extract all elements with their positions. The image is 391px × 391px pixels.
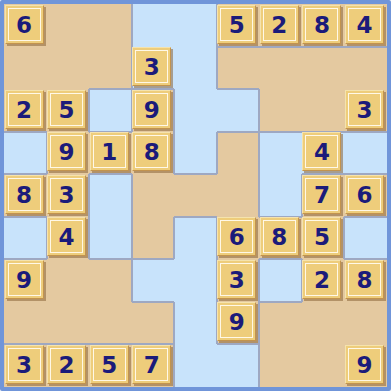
cell-r8c7[interactable] bbox=[302, 344, 345, 387]
cell-r3c5[interactable] bbox=[217, 132, 260, 175]
cell-r0c1[interactable] bbox=[47, 4, 90, 47]
cell-r6c4[interactable] bbox=[174, 259, 217, 302]
region-border bbox=[173, 89, 175, 132]
region-border bbox=[258, 302, 260, 345]
tile-face: 8 bbox=[8, 178, 41, 211]
region-border bbox=[217, 46, 387, 48]
given-digit: 9 bbox=[59, 141, 75, 164]
tile-face: 1 bbox=[93, 135, 126, 168]
tile-face: 4 bbox=[305, 135, 338, 168]
region-border bbox=[173, 344, 175, 387]
given-digit: 5 bbox=[314, 226, 330, 249]
cell-r4c6[interactable] bbox=[259, 174, 302, 217]
given-tile-r6c8: 8 bbox=[345, 260, 384, 299]
region-border bbox=[173, 132, 175, 175]
given-digit: 6 bbox=[229, 226, 245, 249]
cell-r0c2[interactable] bbox=[89, 4, 132, 47]
tile-face: 4 bbox=[50, 220, 83, 253]
tile-face: 7 bbox=[135, 348, 168, 381]
tile-face: 9 bbox=[348, 348, 381, 381]
given-digit: 5 bbox=[59, 99, 75, 122]
given-tile-r1c3: 3 bbox=[132, 47, 171, 86]
given-digit: 9 bbox=[16, 269, 32, 292]
tile-face: 4 bbox=[348, 8, 381, 41]
cell-r2c3[interactable]: 9 bbox=[132, 89, 175, 132]
region-border bbox=[173, 302, 175, 345]
tile-face: 6 bbox=[8, 8, 41, 41]
given-tile-r2c0: 2 bbox=[5, 90, 44, 129]
given-tile-r0c7: 8 bbox=[302, 5, 341, 44]
sudoku-grid: 65284325939184837646859328932579 bbox=[4, 4, 387, 387]
cell-r5c6[interactable]: 8 bbox=[259, 217, 302, 260]
given-tile-r0c6: 2 bbox=[260, 5, 299, 44]
given-tile-r3c1: 9 bbox=[47, 132, 86, 171]
given-tile-r4c7: 7 bbox=[302, 175, 341, 214]
tile-face: 2 bbox=[263, 8, 296, 41]
cell-r7c7[interactable] bbox=[302, 302, 345, 345]
tile-face: 3 bbox=[348, 93, 381, 126]
given-digit: 9 bbox=[356, 354, 372, 377]
given-digit: 4 bbox=[314, 141, 330, 164]
cell-r3c7[interactable]: 4 bbox=[302, 132, 345, 175]
given-tile-r8c2: 5 bbox=[90, 345, 129, 384]
given-tile-r3c3: 8 bbox=[132, 132, 171, 171]
cell-r3c6[interactable] bbox=[259, 132, 302, 175]
region-border bbox=[89, 88, 132, 90]
given-digit: 3 bbox=[144, 56, 160, 79]
cell-r7c8[interactable] bbox=[344, 302, 387, 345]
tile-face: 2 bbox=[50, 348, 83, 381]
given-tile-r6c7: 2 bbox=[302, 260, 341, 299]
cell-r1c2[interactable] bbox=[89, 47, 132, 90]
given-tile-r0c0: 6 bbox=[5, 5, 44, 44]
region-border bbox=[88, 174, 90, 217]
given-tile-r8c1: 2 bbox=[47, 345, 86, 384]
given-digit: 7 bbox=[314, 184, 330, 207]
cell-r6c3[interactable] bbox=[132, 259, 175, 302]
given-digit: 3 bbox=[229, 269, 245, 292]
cell-r4c8[interactable]: 6 bbox=[344, 174, 387, 217]
tile-face: 3 bbox=[220, 263, 253, 296]
region-border bbox=[88, 217, 90, 260]
cell-r2c0[interactable]: 2 bbox=[4, 89, 47, 132]
tile-face: 5 bbox=[93, 348, 126, 381]
given-tile-r3c2: 1 bbox=[90, 132, 129, 171]
given-digit: 8 bbox=[314, 14, 330, 37]
cell-r4c2[interactable] bbox=[89, 174, 132, 217]
region-border bbox=[217, 88, 260, 90]
region-border bbox=[258, 344, 260, 387]
cell-r5c4[interactable] bbox=[174, 217, 217, 260]
cell-r2c8[interactable]: 3 bbox=[344, 89, 387, 132]
cell-r1c6[interactable] bbox=[259, 47, 302, 90]
tile-face: 8 bbox=[135, 135, 168, 168]
region-border bbox=[344, 131, 387, 133]
given-digit: 7 bbox=[144, 354, 160, 377]
given-digit: 2 bbox=[314, 269, 330, 292]
given-digit: 5 bbox=[229, 14, 245, 37]
cell-r7c4[interactable] bbox=[174, 302, 217, 345]
given-tile-r5c5: 6 bbox=[217, 217, 256, 256]
given-tile-r6c0: 9 bbox=[5, 260, 44, 299]
region-border bbox=[4, 216, 47, 218]
region-border bbox=[173, 217, 175, 260]
given-digit: 6 bbox=[16, 14, 32, 37]
cell-r0c0[interactable]: 6 bbox=[4, 4, 47, 47]
region-border bbox=[259, 301, 302, 303]
cell-r7c3[interactable] bbox=[132, 302, 175, 345]
region-border bbox=[216, 132, 218, 175]
region-border bbox=[217, 343, 260, 345]
tile-face: 5 bbox=[50, 93, 83, 126]
given-digit: 8 bbox=[16, 184, 32, 207]
given-digit: 3 bbox=[356, 99, 372, 122]
cell-r2c7[interactable] bbox=[302, 89, 345, 132]
given-tile-r2c3: 9 bbox=[132, 90, 171, 129]
region-border bbox=[132, 258, 175, 260]
cell-r1c3[interactable]: 3 bbox=[132, 47, 175, 90]
cell-r1c7[interactable] bbox=[302, 47, 345, 90]
region-border bbox=[259, 258, 302, 260]
given-tile-r2c1: 5 bbox=[47, 90, 86, 129]
cell-r4c0[interactable]: 8 bbox=[4, 174, 47, 217]
given-digit: 9 bbox=[144, 99, 160, 122]
cell-r8c5[interactable] bbox=[217, 344, 260, 387]
cell-r7c5[interactable]: 9 bbox=[217, 302, 260, 345]
cell-r5c1[interactable]: 4 bbox=[47, 217, 90, 260]
region-border bbox=[4, 131, 47, 133]
tile-face: 6 bbox=[220, 220, 253, 253]
cell-r1c5[interactable] bbox=[217, 47, 260, 90]
cell-r4c1[interactable]: 3 bbox=[47, 174, 90, 217]
given-tile-r8c0: 3 bbox=[5, 345, 44, 384]
given-tile-r5c6: 8 bbox=[260, 217, 299, 256]
tile-face: 3 bbox=[50, 178, 83, 211]
cell-r1c0[interactable] bbox=[4, 47, 47, 90]
region-border bbox=[89, 173, 132, 175]
given-tile-r4c1: 3 bbox=[47, 175, 86, 214]
cell-r6c6[interactable] bbox=[259, 259, 302, 302]
cell-r3c3[interactable]: 8 bbox=[132, 132, 175, 175]
given-digit: 4 bbox=[356, 14, 372, 37]
cell-r1c4[interactable] bbox=[174, 47, 217, 90]
tile-face: 8 bbox=[263, 220, 296, 253]
region-border bbox=[131, 259, 133, 302]
tile-face: 3 bbox=[8, 348, 41, 381]
tile-face: 2 bbox=[8, 93, 41, 126]
given-digit: 2 bbox=[271, 14, 287, 37]
tile-face: 9 bbox=[8, 263, 41, 296]
given-digit: 8 bbox=[356, 269, 372, 292]
cell-r7c6[interactable] bbox=[259, 302, 302, 345]
given-tile-r7c5: 9 bbox=[217, 302, 256, 341]
cell-r4c5[interactable] bbox=[217, 174, 260, 217]
cell-r6c8[interactable]: 8 bbox=[344, 259, 387, 302]
given-digit: 3 bbox=[16, 354, 32, 377]
sudoku-board: 65284325939184837646859328932579 bbox=[0, 0, 391, 391]
tile-face: 3 bbox=[135, 50, 168, 83]
cell-r4c4[interactable] bbox=[174, 174, 217, 217]
given-tile-r5c1: 4 bbox=[47, 217, 86, 256]
cell-r0c5[interactable]: 5 bbox=[217, 4, 260, 47]
tile-face: 6 bbox=[348, 178, 381, 211]
given-tile-r8c8: 9 bbox=[345, 345, 384, 384]
tile-face: 8 bbox=[348, 263, 381, 296]
given-tile-r6c5: 3 bbox=[217, 260, 256, 299]
tile-face: 5 bbox=[220, 8, 253, 41]
region-border bbox=[343, 217, 345, 260]
cell-r5c5[interactable]: 6 bbox=[217, 217, 260, 260]
cell-r0c7[interactable]: 8 bbox=[302, 4, 345, 47]
given-digit: 3 bbox=[59, 184, 75, 207]
cell-r0c3[interactable] bbox=[132, 4, 175, 47]
cell-r5c0[interactable] bbox=[4, 217, 47, 260]
given-tile-r3c7: 4 bbox=[302, 132, 341, 171]
region-border bbox=[174, 173, 217, 175]
tile-face: 9 bbox=[135, 93, 168, 126]
given-digit: 2 bbox=[59, 354, 75, 377]
cell-r6c0[interactable]: 9 bbox=[4, 259, 47, 302]
tile-face: 2 bbox=[305, 263, 338, 296]
given-digit: 4 bbox=[59, 226, 75, 249]
cell-r0c6[interactable]: 2 bbox=[259, 4, 302, 47]
cell-r8c6[interactable] bbox=[259, 344, 302, 387]
cell-r8c1[interactable]: 2 bbox=[47, 344, 90, 387]
cell-r3c1[interactable]: 9 bbox=[47, 132, 90, 175]
given-tile-r4c8: 6 bbox=[345, 175, 384, 214]
region-border bbox=[89, 258, 132, 260]
given-digit: 8 bbox=[144, 141, 160, 164]
cell-r2c1[interactable]: 5 bbox=[47, 89, 90, 132]
region-border bbox=[174, 216, 217, 218]
cell-r5c7[interactable]: 5 bbox=[302, 217, 345, 260]
region-border bbox=[131, 4, 133, 47]
given-digit: 2 bbox=[16, 99, 32, 122]
region-border bbox=[132, 301, 175, 303]
region-border bbox=[258, 89, 260, 132]
cell-r8c8[interactable]: 9 bbox=[344, 344, 387, 387]
tile-face: 9 bbox=[50, 135, 83, 168]
given-tile-r5c7: 5 bbox=[302, 217, 341, 256]
cell-r2c4[interactable] bbox=[174, 89, 217, 132]
cell-r0c4[interactable] bbox=[174, 4, 217, 47]
given-digit: 8 bbox=[271, 226, 287, 249]
cell-r3c2[interactable]: 1 bbox=[89, 132, 132, 175]
given-tile-r0c8: 4 bbox=[345, 5, 384, 44]
cell-r3c4[interactable] bbox=[174, 132, 217, 175]
cell-r1c1[interactable] bbox=[47, 47, 90, 90]
cell-r6c1[interactable] bbox=[47, 259, 90, 302]
region-border bbox=[258, 174, 260, 217]
cell-r1c8[interactable] bbox=[344, 47, 387, 90]
given-tile-r0c5: 5 bbox=[217, 5, 256, 44]
cell-r6c2[interactable] bbox=[89, 259, 132, 302]
region-border bbox=[258, 259, 260, 302]
tile-face: 5 bbox=[305, 220, 338, 253]
given-digit: 5 bbox=[101, 354, 117, 377]
tile-face: 7 bbox=[305, 178, 338, 211]
cell-r3c8[interactable] bbox=[344, 132, 387, 175]
cell-r6c7[interactable]: 2 bbox=[302, 259, 345, 302]
cell-r2c5[interactable] bbox=[217, 89, 260, 132]
region-border bbox=[258, 132, 260, 175]
tile-face: 9 bbox=[220, 305, 253, 338]
given-tile-r4c0: 8 bbox=[5, 175, 44, 214]
given-tile-r2c8: 3 bbox=[345, 90, 384, 129]
cell-r4c3[interactable] bbox=[132, 174, 175, 217]
cell-r5c8[interactable] bbox=[344, 217, 387, 260]
region-border bbox=[88, 89, 90, 132]
cell-r8c4[interactable] bbox=[174, 344, 217, 387]
cell-r5c2[interactable] bbox=[89, 217, 132, 260]
cell-r2c2[interactable] bbox=[89, 89, 132, 132]
cell-r7c0[interactable] bbox=[4, 302, 47, 345]
region-border bbox=[259, 131, 302, 133]
cell-r7c1[interactable] bbox=[47, 302, 90, 345]
given-digit: 1 bbox=[101, 141, 117, 164]
cell-r4c7[interactable]: 7 bbox=[302, 174, 345, 217]
cell-r8c2[interactable]: 5 bbox=[89, 344, 132, 387]
given-digit: 9 bbox=[229, 311, 245, 334]
cell-r8c0[interactable]: 3 bbox=[4, 344, 47, 387]
cell-r6c5[interactable]: 3 bbox=[217, 259, 260, 302]
cell-r8c3[interactable]: 7 bbox=[132, 344, 175, 387]
region-border bbox=[217, 131, 260, 133]
tile-face: 8 bbox=[305, 8, 338, 41]
region-border bbox=[131, 174, 133, 217]
cell-r3c0[interactable] bbox=[4, 132, 47, 175]
cell-r5c3[interactable] bbox=[132, 217, 175, 260]
region-border bbox=[131, 217, 133, 260]
given-digit: 6 bbox=[356, 184, 372, 207]
given-tile-r8c3: 7 bbox=[132, 345, 171, 384]
cell-r0c8[interactable]: 4 bbox=[344, 4, 387, 47]
cell-r2c6[interactable] bbox=[259, 89, 302, 132]
region-border bbox=[216, 47, 218, 90]
cell-r7c2[interactable] bbox=[89, 302, 132, 345]
region-border bbox=[344, 216, 387, 218]
